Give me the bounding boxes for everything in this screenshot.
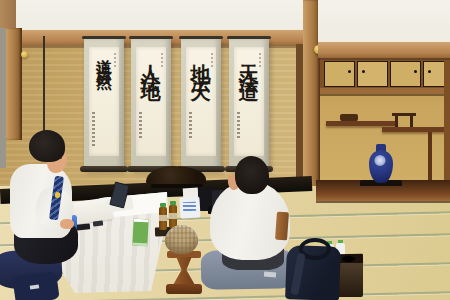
small-bottle-cap <box>338 240 343 243</box>
shelf-ornament-stand-leg <box>395 116 398 127</box>
hanging-scroll-2: 人法地 <box>131 38 171 170</box>
player-left-hair <box>29 130 65 162</box>
shelf-ornament <box>340 114 358 121</box>
scroll-calligraphy: 人法地 <box>141 48 161 75</box>
hanging-scroll-4: 天法道 <box>229 38 269 170</box>
scroll-rod <box>82 36 126 39</box>
shogi-match-room-photo: 道法自然 人法地 地法天 天法道 <box>0 0 450 300</box>
shelf-ornament-stand-leg <box>410 116 413 127</box>
left-wall-edge <box>0 28 6 168</box>
hanging-cord <box>43 36 45 136</box>
cabinet-door <box>357 61 388 87</box>
cabinet-bottom-rail <box>318 88 450 94</box>
lintel-beam-right <box>318 42 450 58</box>
left-pillar <box>5 28 22 140</box>
tea-bottle-cap <box>170 201 176 205</box>
scroll-roller <box>80 166 128 172</box>
scroll-inscription <box>114 53 116 69</box>
waste-basket <box>165 225 198 254</box>
upper-wall <box>0 0 303 31</box>
vase-floral-pattern <box>374 155 386 166</box>
tissue-box <box>179 196 200 218</box>
cabinet-door <box>390 61 421 87</box>
scroll-rod <box>179 36 223 39</box>
cabinet-door <box>324 61 355 87</box>
hanging-scroll-3: 地法天 <box>181 38 221 170</box>
cabinet-knob <box>428 70 431 73</box>
cabinet-knob <box>348 70 351 73</box>
staggered-shelf-low <box>326 121 398 126</box>
scroll-inscription <box>211 53 213 69</box>
cabinet-knob <box>414 70 417 73</box>
scroll-signature <box>237 112 240 138</box>
player-left-hand <box>60 219 74 229</box>
scroll-calligraphy: 道法自然 <box>96 46 112 66</box>
ceiling-corner-wood <box>0 0 16 30</box>
smartphone <box>93 220 103 226</box>
shelf-post <box>428 132 432 182</box>
basket-weave <box>165 225 198 254</box>
scroll-rod <box>227 36 271 39</box>
scroll-inscription <box>161 53 163 69</box>
wood-board-edge <box>275 212 289 241</box>
nail-cover-ornament-left <box>21 51 28 58</box>
staggered-shelf-high <box>382 127 450 132</box>
tea-bottle-cap <box>160 203 166 207</box>
scroll-signature <box>189 112 192 138</box>
tea-bottle-label <box>159 215 167 221</box>
hanging-scroll-1: 道法自然 <box>84 38 124 170</box>
cabinet-knob <box>362 70 365 73</box>
tea-bottle <box>169 205 177 228</box>
upper-wall-right <box>318 0 450 43</box>
scroll-rod <box>129 36 173 39</box>
scroll-signature <box>139 112 142 138</box>
scroll-signature <box>92 112 95 146</box>
refuse-box-hole <box>342 256 355 262</box>
scroll-inscription <box>259 53 261 69</box>
tea-bottle-label <box>169 213 177 219</box>
cushion-tag <box>264 272 276 278</box>
tissue-box-print <box>183 202 196 212</box>
scroll-calligraphy: 天法道 <box>239 48 259 75</box>
player-right-hair <box>235 156 269 194</box>
scroll-calligraphy: 地法天 <box>191 48 211 75</box>
tea-bottle <box>159 207 167 230</box>
basket-stand-base <box>166 284 202 294</box>
table-sign-green <box>132 219 148 247</box>
